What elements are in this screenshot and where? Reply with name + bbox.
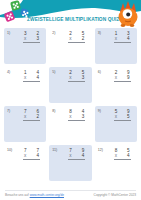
problem-number: 6) bbox=[98, 70, 101, 74]
multiplier-digit: 3 bbox=[82, 75, 85, 80]
problem-number: 1) bbox=[7, 31, 10, 35]
problem-cell-1: 1)32x3 bbox=[4, 28, 46, 64]
multiplier-row: x3 bbox=[68, 75, 85, 82]
multiplier-row: x4 bbox=[114, 36, 131, 43]
multiplier-row: x4 bbox=[23, 153, 40, 160]
multiplication-work-area: 29x9 bbox=[114, 70, 131, 82]
problem-number: 11) bbox=[52, 148, 57, 152]
problem-cell-6: 6)29x9 bbox=[95, 67, 137, 103]
multiplier-digit: 4 bbox=[127, 36, 130, 41]
multiplication-work-area: 76x2 bbox=[23, 109, 40, 121]
page-title: ZWEISTELLIGE MULTIPLIKATION QUIZ 1 bbox=[27, 17, 117, 22]
multiplier-row: x3 bbox=[68, 114, 85, 121]
multiplier-digit: 2 bbox=[82, 36, 85, 41]
multiplier-digit: 3 bbox=[36, 36, 39, 41]
multiplier-digit: 4 bbox=[36, 75, 39, 80]
multiplier-row: x4 bbox=[114, 153, 131, 160]
multiplication-work-area: 79x4 bbox=[68, 148, 85, 160]
worksheet-page: ZWEISTELLIGE MULTIPLIKATION QUIZ 1 1)32x… bbox=[0, 0, 141, 200]
problem-number: 10) bbox=[7, 148, 12, 152]
multiply-sign: x bbox=[69, 36, 71, 41]
multiply-sign: x bbox=[115, 153, 117, 158]
multiplier-row: x4 bbox=[68, 153, 85, 160]
multiplier-digit: 9 bbox=[127, 75, 130, 80]
multiplication-work-area: 25x3 bbox=[68, 70, 85, 82]
blue-die-icon bbox=[20, 8, 29, 17]
problem-number: 3) bbox=[98, 31, 101, 35]
problem-cell-8: 8)84x3 bbox=[49, 106, 91, 142]
multiply-sign: x bbox=[24, 114, 26, 119]
multiplication-work-area: 13x4 bbox=[114, 31, 131, 43]
multiplier-digit: 3 bbox=[82, 114, 85, 119]
multiplier-row: x9 bbox=[114, 75, 131, 82]
multiply-sign: x bbox=[24, 153, 26, 158]
footer-copyright: Copyright © MathCenter 2023 bbox=[94, 193, 136, 197]
multiply-sign: x bbox=[24, 75, 26, 80]
multiplication-work-area: 85x4 bbox=[114, 148, 131, 160]
problem-cell-3: 3)13x4 bbox=[95, 28, 137, 64]
green-die-icon bbox=[10, 0, 21, 11]
multiplier-digit: 4 bbox=[36, 153, 39, 158]
multiplier-digit: 5 bbox=[127, 114, 130, 119]
multiplication-work-area: 32x3 bbox=[23, 31, 40, 43]
multiplication-work-area: 14x4 bbox=[23, 70, 40, 82]
problem-cell-5: 5)25x3 bbox=[49, 67, 91, 103]
problem-number: 9) bbox=[98, 109, 101, 113]
problem-number: 7) bbox=[7, 109, 10, 113]
dice-logo bbox=[2, 0, 32, 26]
multiplier-row: x2 bbox=[68, 36, 85, 43]
problem-cell-12: 12)85x4 bbox=[95, 145, 137, 181]
problem-number: 5) bbox=[52, 70, 55, 74]
problem-cell-2: 2)25x2 bbox=[49, 28, 91, 64]
multiply-sign: x bbox=[69, 114, 71, 119]
problem-number: 8) bbox=[52, 109, 55, 113]
multiply-sign: x bbox=[69, 75, 71, 80]
problem-cell-7: 7)76x2 bbox=[4, 106, 46, 142]
multiplication-work-area: 59x5 bbox=[114, 109, 131, 121]
multiplier-row: x4 bbox=[23, 75, 40, 82]
problem-cell-4: 4)14x4 bbox=[4, 67, 46, 103]
problem-cell-10: 10)77x4 bbox=[4, 145, 46, 181]
multiplication-work-area: 77x4 bbox=[23, 148, 40, 160]
problem-number: 12) bbox=[98, 148, 103, 152]
monster-mascot-icon bbox=[115, 0, 141, 27]
problem-cell-9: 9)59x5 bbox=[95, 106, 137, 142]
footer: Besuche uns auf www.math-center.org/de C… bbox=[5, 190, 136, 197]
multiply-sign: x bbox=[69, 153, 71, 158]
website-link[interactable]: www.math-center.org/de bbox=[30, 193, 64, 197]
multiplier-digit: 4 bbox=[82, 153, 85, 158]
multiplier-row: x3 bbox=[23, 36, 40, 43]
problem-number: 2) bbox=[52, 31, 55, 35]
multiplier-digit: 2 bbox=[36, 114, 39, 119]
multiplier-digit: 4 bbox=[127, 153, 130, 158]
multiply-sign: x bbox=[115, 36, 117, 41]
multiplier-row: x2 bbox=[23, 114, 40, 121]
footer-visit-label: Besuche uns auf bbox=[5, 193, 30, 197]
problem-cell-11: 11)79x4 bbox=[49, 145, 91, 181]
multiply-sign: x bbox=[24, 36, 26, 41]
problem-number: 4) bbox=[7, 70, 10, 74]
pink-die-icon bbox=[4, 11, 16, 23]
multiply-sign: x bbox=[115, 75, 117, 80]
footer-visit-text: Besuche uns auf www.math-center.org/de bbox=[5, 193, 64, 197]
header: ZWEISTELLIGE MULTIPLIKATION QUIZ 1 bbox=[0, 0, 141, 28]
multiply-sign: x bbox=[115, 114, 117, 119]
multiplier-row: x5 bbox=[114, 114, 131, 121]
problems-grid: 1)32x32)25x23)13x44)14x45)25x36)29x97)76… bbox=[4, 28, 137, 181]
multiplication-work-area: 25x2 bbox=[68, 31, 85, 43]
multiplication-work-area: 84x3 bbox=[68, 109, 85, 121]
